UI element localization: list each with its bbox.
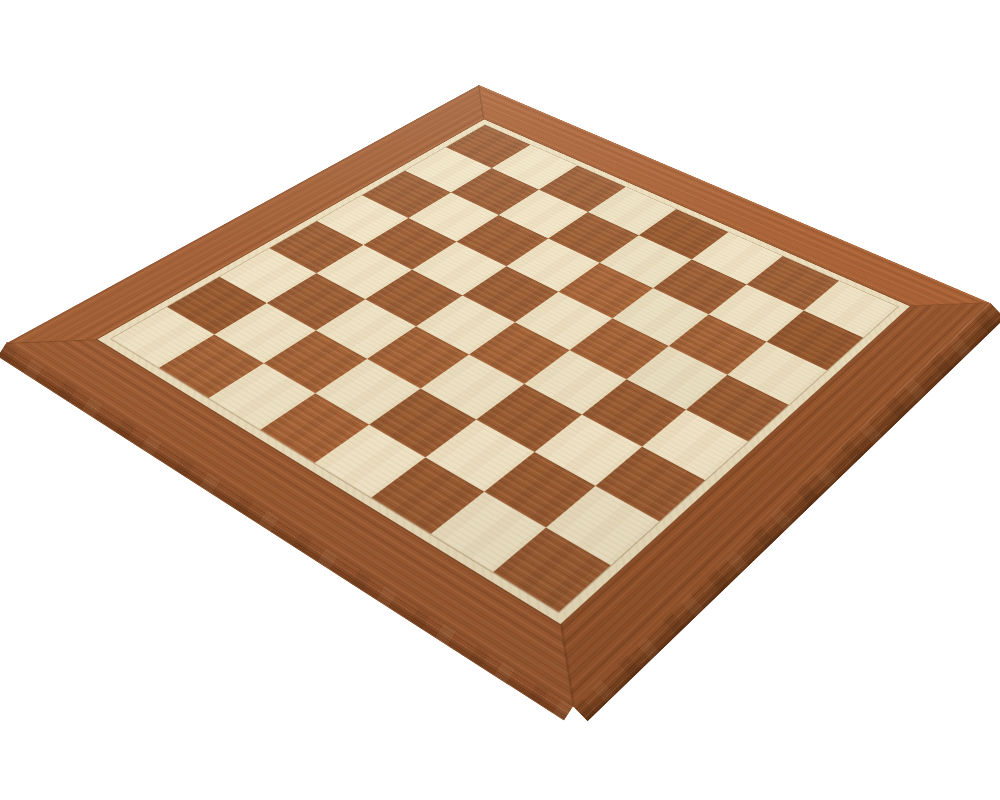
chess-board [7, 85, 990, 707]
playing-area [111, 125, 897, 612]
photo-background [0, 0, 1000, 800]
